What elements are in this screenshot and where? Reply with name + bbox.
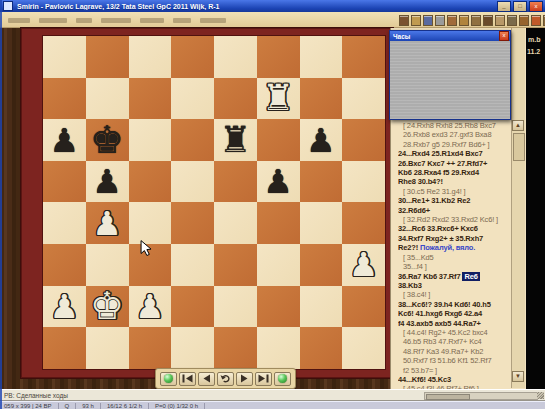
- square-g1[interactable]: [300, 327, 343, 369]
- popup-close-icon[interactable]: x: [499, 31, 509, 41]
- notation-segment[interactable]: 26.Bxc7 Kxc7 ++ 27.Rfd7+: [398, 159, 487, 168]
- piece-black-P-g6[interactable]: ♟: [300, 119, 343, 161]
- go-to-start-button[interactable]: [179, 372, 196, 386]
- square-g6[interactable]: ♟: [300, 119, 343, 161]
- status-segment: 059 x 399 | 24 BP: [4, 403, 59, 409]
- piece-white-K-b2[interactable]: ♚: [86, 286, 129, 328]
- square-h7[interactable]: [342, 78, 385, 120]
- square-d6[interactable]: [171, 119, 214, 161]
- square-f6[interactable]: [257, 119, 300, 161]
- notation-line: 46.b5 Rb3 47.Rxf7+ Kc4: [398, 337, 510, 346]
- menu-item[interactable]: [140, 18, 164, 23]
- takeback-button[interactable]: [217, 372, 234, 386]
- square-f2[interactable]: [257, 286, 300, 328]
- square-e5[interactable]: [214, 161, 257, 203]
- square-f1[interactable]: [257, 327, 300, 369]
- menu-items: [8, 18, 226, 23]
- scroll-down-icon[interactable]: ▼: [512, 371, 524, 382]
- square-h5[interactable]: [342, 161, 385, 203]
- square-g8[interactable]: [300, 36, 343, 78]
- notation-line: 30...Re1+ 31.Kb2 Re2: [398, 196, 510, 205]
- menu-item[interactable]: [173, 18, 191, 23]
- square-a3[interactable]: [43, 244, 86, 286]
- hscrollbar-thumb[interactable]: [426, 394, 470, 400]
- square-b3[interactable]: [86, 244, 129, 286]
- square-a6[interactable]: ♟: [43, 119, 86, 161]
- notation-line: 24...Rxd4 25.R1xd4 Bxc7: [398, 149, 510, 158]
- square-d3[interactable]: [171, 244, 214, 286]
- menu-item[interactable]: [101, 18, 131, 23]
- close-button[interactable]: x: [529, 1, 543, 12]
- notation-line: 32...Rc6 33.Rxc6+ Kxc6: [398, 224, 510, 233]
- notation-line: 48.Rf7 Ka3 49.Ra7+ Kb2: [398, 347, 510, 356]
- square-d8[interactable]: [171, 36, 214, 78]
- square-a7[interactable]: [43, 78, 86, 120]
- square-a2[interactable]: ♟: [43, 286, 86, 328]
- paste-icon[interactable]: [471, 15, 481, 26]
- popup-body: [390, 41, 510, 119]
- square-e4[interactable]: [214, 202, 257, 244]
- menu-bar: [0, 12, 545, 28]
- clock-icon[interactable]: [495, 15, 505, 26]
- notation-segment[interactable]: Пожалуй, вяло.: [420, 243, 475, 252]
- piece-white-R-f7[interactable]: ♜: [257, 78, 300, 120]
- toolbar-icons: [399, 15, 545, 26]
- square-f5[interactable]: ♟: [257, 161, 300, 203]
- cutoff-text-fragment: 11.2: [527, 48, 540, 55]
- forward-button[interactable]: [236, 372, 253, 386]
- menu-item[interactable]: [39, 18, 67, 23]
- square-e7[interactable]: [214, 78, 257, 120]
- notation-segment[interactable]: Kb6 28.Rxa4 f5 29.Rxd4: [398, 168, 479, 177]
- app-icon: [3, 1, 13, 11]
- piece-black-P-f5[interactable]: ♟: [257, 161, 300, 203]
- chess-board: ♜♟♚♜♟♟♟♟♟♟♚♟: [43, 36, 385, 369]
- square-d1[interactable]: [171, 327, 214, 369]
- new-board-icon[interactable]: [399, 15, 409, 26]
- square-g4[interactable]: [300, 202, 343, 244]
- square-e2[interactable]: [214, 286, 257, 328]
- notation-line: [ 24.Rxh8 Rxh8 25.Rb8 Bxc7: [398, 121, 510, 130]
- square-h1[interactable]: [342, 327, 385, 369]
- save-icon[interactable]: [423, 15, 433, 26]
- notation-line: 36.Ra7 Kb6 37.Rf7 Re6: [398, 272, 510, 281]
- notation-icon[interactable]: [531, 15, 541, 26]
- square-h3[interactable]: ♟: [342, 244, 385, 286]
- notation-segment[interactable]: 30...Re1+ 31.Kb2 Re2: [398, 196, 470, 205]
- square-c8[interactable]: [129, 36, 172, 78]
- status-segment: 93 h: [82, 403, 101, 409]
- status-segment: P=0 (0) 1/32 0 h: [155, 403, 205, 409]
- notation-segment[interactable]: 28.Rxb7 g5 29.Rxf7 Bd6+ ]: [403, 140, 490, 149]
- notation-segment[interactable]: f4 43.axb5 axb5 44.Ra7+: [398, 319, 481, 328]
- square-c1[interactable]: [129, 327, 172, 369]
- notation-segment[interactable]: 32.R6d6+: [398, 206, 430, 215]
- notation-line: [ 35...Kd5: [398, 253, 510, 262]
- notation-segment[interactable]: 36.Ra7 Kb6 37.Rf7: [398, 272, 462, 281]
- piece-white-P-a2[interactable]: ♟: [43, 286, 86, 328]
- square-b2[interactable]: ♚: [86, 286, 129, 328]
- game-navigation-toolbar: [155, 368, 296, 389]
- notation-segment[interactable]: [ 32.Rd2 Rxd2 33.Rxd2 Kc6! ]: [403, 215, 498, 224]
- square-a5[interactable]: [43, 161, 86, 203]
- notation-segment[interactable]: 34.Rxf7 Rxg2+ ± 35.Rxh7: [398, 234, 483, 243]
- piece-black-P-b5[interactable]: ♟: [86, 161, 129, 203]
- menu-item[interactable]: [76, 18, 92, 23]
- square-d2[interactable]: [171, 286, 214, 328]
- notation-line: 50.Rxf7 f3 51.b6 Kf1 52.Rf7: [398, 356, 510, 365]
- notation-line: Rhe8 30.b4?!: [398, 177, 510, 186]
- back-icon: [202, 374, 211, 383]
- notation-line: [ 38.c4! ]: [398, 290, 510, 299]
- notation-line: Kb6 28.Rxa4 f5 29.Rxd4: [398, 168, 510, 177]
- notation-segment[interactable]: [ 30.c5 Re2 31.g4! ]: [403, 187, 465, 196]
- notation-segment[interactable]: 50.Rxf7 f3 51.b6 Kf1 52.Rf7: [403, 356, 492, 365]
- square-f4[interactable]: [257, 202, 300, 244]
- square-f3[interactable]: [257, 244, 300, 286]
- application-window: Smirin - Pavlovic Lagrave, 13/2 Tata Ste…: [0, 0, 545, 409]
- go-to-start-icon: [182, 374, 193, 383]
- notation-segment[interactable]: 32...Rc6 33.Rxc6+ Kxc6: [398, 224, 478, 233]
- square-a4[interactable]: [43, 202, 86, 244]
- notation-segment[interactable]: 38.Kb3: [398, 281, 422, 290]
- square-d4[interactable]: [171, 202, 214, 244]
- square-b7[interactable]: [86, 78, 129, 120]
- window-border: [0, 0, 2, 409]
- notation-line: f4 43.axb5 axb5 44.Ra7+: [398, 319, 510, 328]
- notation-segment[interactable]: 24...Rxd4 25.R1xd4 Bxc7: [398, 149, 483, 158]
- moves-info-bar: РВ: Сделанные ходы: [0, 389, 545, 401]
- square-b8[interactable]: [86, 36, 129, 78]
- go-to-end-icon: [258, 374, 269, 383]
- square-e6[interactable]: ♜: [214, 119, 257, 161]
- notation-line: 32.R6d6+: [398, 206, 510, 215]
- status-bar: 059 x 399 | 24 BPQ93 h16/12 6 1/2 hP=0 (…: [0, 401, 545, 409]
- notation-segment[interactable]: Kc6! 41.hxg6 Rxg6 42.a4: [398, 309, 482, 318]
- autoplay-button[interactable]: [274, 372, 291, 386]
- right-edge-strip: m.b 11.2: [526, 28, 545, 389]
- square-c2[interactable]: ♟: [129, 286, 172, 328]
- square-d7[interactable]: [171, 78, 214, 120]
- notation-line: Re2?! Пожалуй, вяло.: [398, 243, 510, 252]
- notation-scrollbar[interactable]: ▲ ▼: [511, 28, 525, 388]
- notation-line: [ 32.Rd2 Rxd2 33.Rxd2 Kc6! ]: [398, 215, 510, 224]
- window-title: Smirin - Pavlovic Lagrave, 13/2 Tata Ste…: [17, 3, 447, 10]
- status-segment: 16/12 6 1/2 h: [107, 403, 149, 409]
- piece-black-K-b6[interactable]: ♚: [86, 119, 129, 161]
- scroll-up-icon[interactable]: ▲: [512, 120, 524, 131]
- maximize-button[interactable]: □: [513, 1, 527, 12]
- notation-line: 34.Rxf7 Rxg2+ ± 35.Rxh7: [398, 234, 510, 243]
- notation-line: 28.Rxb7 g5 29.Rxf7 Bd6+ ]: [398, 140, 510, 149]
- square-h8[interactable]: [342, 36, 385, 78]
- notation-line: 35...f4 ]: [398, 262, 510, 271]
- notation-segment[interactable]: f2 53.b7= ]: [403, 366, 437, 375]
- flip-board-icon[interactable]: [483, 15, 493, 26]
- piece-white-P-b4[interactable]: ♟: [86, 202, 129, 244]
- piece-white-P-h3[interactable]: ♟: [342, 244, 385, 286]
- notation-segment[interactable]: 35...f4 ]: [403, 262, 427, 271]
- square-g7[interactable]: [300, 78, 343, 120]
- square-h4[interactable]: [342, 202, 385, 244]
- square-h2[interactable]: [342, 286, 385, 328]
- cut-icon[interactable]: [447, 15, 457, 26]
- notation-line: f2 53.b7= ]: [398, 366, 510, 375]
- square-c6[interactable]: [129, 119, 172, 161]
- square-a8[interactable]: [43, 36, 86, 78]
- square-b5[interactable]: ♟: [86, 161, 129, 203]
- square-c7[interactable]: [129, 78, 172, 120]
- notation-segment[interactable]: Rhe8 30.b4?!: [398, 177, 443, 186]
- notation-line: Kc6! 41.hxg6 Rxg6 42.a4: [398, 309, 510, 318]
- copy-icon[interactable]: [459, 15, 469, 26]
- cutoff-text-fragment: m.b: [528, 36, 540, 43]
- made-moves-label: РВ: Сделанные ходы: [4, 392, 68, 399]
- notation-segment[interactable]: 48.Rf7 Ka3 49.Ra7+ Kb2: [403, 347, 483, 356]
- square-b6[interactable]: ♚: [86, 119, 129, 161]
- square-a1[interactable]: [43, 327, 86, 369]
- undo-arrow-icon: [220, 374, 231, 383]
- green-ball-icon: [278, 374, 287, 383]
- popup-title-bar[interactable]: Часы x: [390, 31, 510, 41]
- open-icon[interactable]: [411, 15, 421, 26]
- notation-segment[interactable]: [ 44.c4! Rg2+ 45.Kc2 bxc4: [403, 328, 487, 337]
- horizontal-scrollbar[interactable]: [424, 392, 538, 400]
- square-d5[interactable]: [171, 161, 214, 203]
- record-button[interactable]: [160, 372, 177, 386]
- piece-white-P-c2[interactable]: ♟: [129, 286, 172, 328]
- forward-icon: [240, 374, 249, 383]
- mouse-cursor: [140, 240, 152, 260]
- square-f7[interactable]: ♜: [257, 78, 300, 120]
- square-g5[interactable]: [300, 161, 343, 203]
- notation-segment[interactable]: Re2?!: [398, 243, 420, 252]
- notation-text: [ 24.Rxh8 Rxh8 25.Rb8 Bxc726.Rxb8 exd3 2…: [398, 121, 510, 394]
- notation-segment[interactable]: [ 24.Rxh8 Rxh8 25.Rb8 Bxc7: [403, 121, 496, 130]
- settings-icon[interactable]: [519, 15, 529, 26]
- menu-item[interactable]: [8, 18, 30, 23]
- green-ball-icon: [164, 374, 173, 383]
- notation-segment[interactable]: [ 38.c4! ]: [403, 290, 430, 299]
- square-g3[interactable]: [300, 244, 343, 286]
- menu-item[interactable]: [200, 18, 226, 23]
- popup-window: Часы x: [389, 30, 511, 120]
- resize-grip-icon[interactable]: [537, 392, 544, 399]
- go-to-end-button[interactable]: [255, 372, 272, 386]
- current-move[interactable]: Re6: [462, 272, 479, 281]
- notation-line: 44...Kf6! 45.Kc3: [398, 375, 510, 384]
- notation-line: 38...Kc6!? 39.h4 Kd6! 40.h5: [398, 300, 510, 309]
- status-segment: Q: [65, 403, 77, 409]
- square-e8[interactable]: [214, 36, 257, 78]
- piece-black-P-a6[interactable]: ♟: [43, 119, 86, 161]
- notation-line: 26.Rxb8 exd3 27.gxf3 Bxa8: [398, 130, 510, 139]
- notation-segment[interactable]: 44...Kf6! 45.Kc3: [398, 375, 451, 384]
- notation-segment[interactable]: [ 35...Kd5: [403, 253, 434, 262]
- square-e3[interactable]: [214, 244, 257, 286]
- notation-segment[interactable]: 38...Kc6!? 39.h4 Kd6! 40.h5: [398, 300, 491, 309]
- minimize-button[interactable]: _: [497, 1, 511, 12]
- square-c5[interactable]: [129, 161, 172, 203]
- square-c4[interactable]: [129, 202, 172, 244]
- square-b4[interactable]: ♟: [86, 202, 129, 244]
- title-bar: Smirin - Pavlovic Lagrave, 13/2 Tata Ste…: [0, 0, 545, 12]
- square-f8[interactable]: [257, 36, 300, 78]
- back-button[interactable]: [198, 372, 215, 386]
- board-frame: ♜♟♚♜♟♟♟♟♟♟♚♟: [21, 28, 393, 378]
- notation-segment[interactable]: 46.b5 Rb3 47.Rxf7+ Kc4: [403, 337, 482, 346]
- piece-black-R-e6[interactable]: ♜: [214, 119, 257, 161]
- notation-line: [ 44.c4! Rg2+ 45.Kc2 bxc4: [398, 328, 510, 337]
- notation-line: [ 30.c5 Re2 31.g4! ]: [398, 187, 510, 196]
- notation-line: 38.Kb3: [398, 281, 510, 290]
- popup-title: Часы: [390, 33, 499, 40]
- square-g2[interactable]: [300, 286, 343, 328]
- notation-line: 26.Bxc7 Kxc7 ++ 27.Rfd7+: [398, 159, 510, 168]
- notation-segment[interactable]: 26.Rxb8 exd3 27.gxf3 Bxa8: [403, 130, 491, 139]
- scrollbar-thumb[interactable]: [513, 133, 525, 161]
- print-icon[interactable]: [435, 15, 445, 26]
- square-e1[interactable]: [214, 327, 257, 369]
- engine-icon[interactable]: [507, 15, 517, 26]
- square-b1[interactable]: [86, 327, 129, 369]
- square-h6[interactable]: [342, 119, 385, 161]
